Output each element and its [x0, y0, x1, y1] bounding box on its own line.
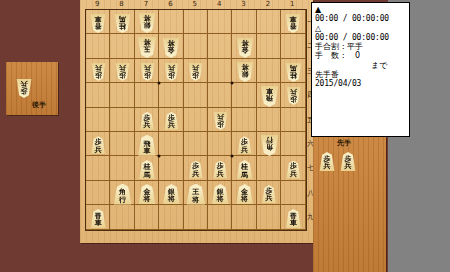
shogi-app-window: 987654321 一二三四五六七八九 香車桂馬銀将香車玉将金将金将歩兵歩兵歩兵…: [0, 0, 450, 272]
board-square[interactable]: [208, 34, 232, 58]
board-square[interactable]: [208, 59, 232, 83]
board-square[interactable]: [184, 132, 208, 156]
board-square[interactable]: [110, 83, 134, 107]
board-square[interactable]: [281, 108, 305, 132]
file-label: 9: [85, 0, 109, 9]
gote-stand-label: 後手: [32, 100, 46, 110]
board-square[interactable]: [110, 108, 134, 132]
shogi-piece[interactable]: 歩兵: [340, 152, 356, 171]
gote-hand-stand: 後手 歩兵: [6, 62, 58, 115]
board-square[interactable]: [208, 10, 232, 34]
shogi-piece[interactable]: 歩兵: [319, 152, 335, 171]
sente-clock: 00:00 / 00:00:00: [315, 14, 406, 23]
move-count-line: 手 数： 0: [315, 51, 406, 60]
board-square[interactable]: [281, 181, 305, 205]
file-label: 7: [134, 0, 158, 9]
board-square[interactable]: [257, 59, 281, 83]
file-labels: 987654321: [85, 0, 305, 9]
board-square[interactable]: [184, 34, 208, 58]
shogi-piece[interactable]: 歩兵: [16, 79, 32, 98]
board-square[interactable]: [110, 132, 134, 156]
turn-indicator: 先手番: [315, 70, 406, 79]
gote-clock: 00:00 / 00:00:00: [315, 33, 406, 42]
board-square[interactable]: [86, 108, 110, 132]
star-point: [231, 155, 234, 158]
board-square[interactable]: [232, 10, 256, 34]
board-square[interactable]: [159, 156, 183, 180]
board-square[interactable]: [159, 83, 183, 107]
board-square[interactable]: [208, 83, 232, 107]
board-square[interactable]: [281, 132, 305, 156]
board-square[interactable]: [110, 205, 134, 229]
handicap-line: 手合割：平手: [315, 42, 406, 51]
board-square[interactable]: [86, 34, 110, 58]
made-label: まで: [315, 61, 406, 70]
board-square[interactable]: [257, 34, 281, 58]
file-label: 8: [109, 0, 133, 9]
star-point: [158, 155, 161, 158]
sente-mark-icon: ▲: [315, 5, 406, 14]
file-label: 1: [280, 0, 304, 9]
star-point: [231, 82, 234, 85]
file-label: 5: [183, 0, 207, 9]
board-square[interactable]: [110, 156, 134, 180]
board-square[interactable]: [184, 83, 208, 107]
board-square[interactable]: [232, 83, 256, 107]
board-square[interactable]: [281, 34, 305, 58]
board-square[interactable]: [110, 34, 134, 58]
info-panel: ▲ 00:00 / 00:00:00 △ 00:00 / 00:00:00 手合…: [311, 2, 410, 137]
star-point: [158, 82, 161, 85]
board-square[interactable]: [208, 205, 232, 229]
board-square[interactable]: [86, 156, 110, 180]
board-square[interactable]: [208, 132, 232, 156]
board-square[interactable]: [232, 205, 256, 229]
sente-hand-stand: 先手 歩兵歩兵: [313, 137, 386, 272]
file-label: 6: [158, 0, 182, 9]
board-square[interactable]: [184, 108, 208, 132]
gote-mark-icon: △: [315, 24, 406, 33]
file-label: 2: [256, 0, 280, 9]
board-square[interactable]: [135, 83, 159, 107]
board-square[interactable]: [257, 205, 281, 229]
board-square[interactable]: [86, 181, 110, 205]
board-square[interactable]: [257, 10, 281, 34]
board-square[interactable]: [86, 83, 110, 107]
file-label: 4: [207, 0, 231, 9]
sente-stand-label: 先手: [337, 138, 351, 148]
board-square[interactable]: [257, 108, 281, 132]
board-square[interactable]: [184, 10, 208, 34]
board-square[interactable]: [159, 10, 183, 34]
board-square[interactable]: [135, 205, 159, 229]
file-label: 3: [231, 0, 255, 9]
game-date: 2015/04/03: [315, 79, 406, 88]
board-square[interactable]: [184, 205, 208, 229]
shogi-board: 987654321 一二三四五六七八九 香車桂馬銀将香車玉将金将金将歩兵歩兵歩兵…: [80, 0, 313, 243]
board-square[interactable]: [257, 156, 281, 180]
board-square[interactable]: [159, 132, 183, 156]
board-square[interactable]: [159, 205, 183, 229]
board-square[interactable]: [232, 108, 256, 132]
